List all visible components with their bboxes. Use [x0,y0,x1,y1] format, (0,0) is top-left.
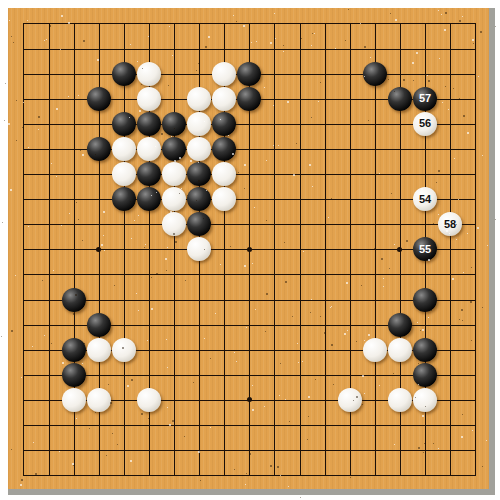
move-number: 55 [419,244,431,255]
speckle [59,451,60,452]
stone-white [137,137,161,161]
speckle [9,20,10,21]
speckle [459,319,460,320]
speckle [472,430,473,431]
speckle [390,13,391,14]
grid-line [23,375,476,376]
speckle [302,361,303,362]
speckle [245,484,246,485]
speckle [56,176,57,177]
stone-white [212,187,236,211]
speckle [412,62,414,64]
stone-black [162,112,186,136]
speckle [114,285,115,286]
speckle [303,251,304,252]
speckle [379,385,380,386]
speckle [151,277,152,278]
speckle [471,340,472,341]
move-number: 57 [419,93,431,104]
speckle [51,343,52,344]
speckle [151,308,153,310]
speckle [27,20,28,21]
speckle [318,101,319,102]
speckle [311,45,312,46]
speckle [438,448,439,449]
speckle [204,338,205,339]
speckle [78,219,79,220]
speckle [4,120,5,121]
speckle [161,133,163,135]
speckle [417,322,418,323]
speckle [42,280,43,281]
speckle [44,40,45,41]
speckle [252,263,253,264]
speckle [278,145,279,146]
speckle [168,85,169,86]
speckle [246,327,247,328]
speckle [308,396,310,398]
speckle [297,343,298,344]
stone-black [388,313,412,337]
speckle [495,219,496,220]
speckle [144,247,145,248]
stone-black [87,87,111,111]
speckle [145,244,146,245]
star-point [397,247,402,252]
stone-black [162,137,186,161]
stone-white [62,388,86,412]
stone-white [187,237,211,261]
go-board[interactable]: 5756545855 [8,8,495,495]
speckle [328,217,329,218]
speckle [312,33,313,34]
speckle [383,286,384,287]
speckle [312,186,313,187]
speckle [454,158,455,159]
speckle [391,193,392,194]
speckle [270,42,272,44]
speckle [438,214,439,215]
speckle [467,132,469,134]
speckle [292,316,293,317]
speckle [462,16,463,17]
stone-black [187,162,211,186]
speckle [279,395,280,396]
grid-line [475,23,476,476]
grid-line [300,23,301,476]
speckle [296,143,297,144]
speckle [445,12,447,14]
speckle [236,21,237,22]
speckle [61,15,63,17]
speckle [101,244,103,246]
speckle [283,51,284,52]
speckle [395,19,397,21]
speckle [477,227,479,229]
speckle [8,123,10,125]
speckle [301,38,302,39]
speckle [138,215,139,216]
speckle [356,341,357,342]
stone-white [187,137,211,161]
speckle [308,416,309,417]
stone-white [162,212,186,236]
speckle [230,246,231,247]
stone-white [112,338,136,362]
speckle [368,120,369,121]
speckle [252,385,253,386]
speckle [193,382,194,383]
speckle [53,270,54,271]
speckle [130,460,132,462]
speckle [266,160,267,161]
speckle [482,307,483,308]
speckle [234,469,235,470]
stone-black [87,313,111,337]
speckle [46,39,47,40]
speckle [246,473,247,474]
speckle [439,58,440,59]
speckle [487,245,488,246]
speckle [264,87,265,88]
speckle [62,362,64,364]
speckle [394,244,395,245]
grid-line [23,300,476,301]
stone-black [237,62,261,86]
speckle [15,275,16,276]
speckle [284,242,285,243]
speckle [200,480,201,481]
speckle [280,363,281,364]
speckle [234,352,235,353]
speckle [470,301,472,303]
speckle [167,367,168,368]
speckle [370,57,371,58]
speckle [307,439,308,440]
stone-white [212,87,236,111]
speckle [210,358,211,359]
speckle [20,484,22,486]
stone-black [363,62,387,86]
speckle [78,95,79,96]
speckle [364,340,365,341]
speckle [270,465,272,467]
stone-move-57: 57 [413,87,437,111]
stone-black [112,187,136,211]
stone-black [137,187,161,211]
speckle [315,379,316,380]
speckle [56,108,58,110]
stone-move-55: 55 [413,237,437,261]
speckle [381,258,383,260]
speckle [82,363,83,364]
speckle [310,312,311,313]
speckle [169,26,170,27]
speckle [473,43,474,44]
speckle [166,339,167,340]
speckle [347,330,348,331]
grid-line [23,450,476,451]
stone-white [137,388,161,412]
speckle [266,293,268,295]
speckle [311,117,312,118]
speckle [236,361,237,362]
speckle [461,436,463,438]
speckle [244,188,245,189]
speckle [117,444,118,445]
speckle [38,129,39,130]
speckle [348,9,349,10]
speckle [33,442,34,443]
speckle [103,235,104,236]
speckle [383,278,384,279]
speckle [482,155,483,156]
speckle [277,466,279,468]
speckle [300,497,301,498]
speckle [220,264,221,265]
speckle [243,25,245,27]
speckle [467,233,468,234]
speckle [442,102,443,103]
speckle [44,335,45,336]
stone-white [212,162,236,186]
stone-black [137,112,161,136]
speckle [167,247,168,248]
speckle [333,384,334,385]
stone-black [388,87,412,111]
speckle [103,211,105,213]
speckle [423,452,424,453]
speckle [165,258,167,260]
speckle [11,449,12,450]
speckle [95,412,96,413]
speckle [147,340,148,341]
speckle [368,334,370,336]
speckle [472,39,474,41]
speckle [361,285,362,286]
speckle [136,293,137,294]
speckle [256,41,257,42]
speckle [208,36,210,38]
stone-white [87,338,111,362]
speckle [141,413,143,415]
speckle [2,222,3,223]
speckle [480,31,482,33]
stone-move-58: 58 [438,212,462,236]
speckle [444,29,446,31]
speckle [139,110,141,112]
speckle [76,202,77,203]
grid-line [23,274,476,275]
speckle [196,70,197,71]
speckle [283,45,284,46]
speckle [172,55,173,56]
speckle [462,320,463,321]
speckle [346,282,348,284]
stone-black [62,288,86,312]
stone-white [162,162,186,186]
speckle [82,154,84,156]
speckle [131,379,133,381]
speckle [420,330,421,331]
speckle [112,433,113,434]
speckle [16,140,17,141]
speckle [459,20,461,22]
speckle [238,172,239,173]
stone-black [112,112,136,136]
grid-line [375,23,376,476]
stone-black [237,87,261,111]
stone-black [87,137,111,161]
speckle [427,75,428,76]
speckle [11,330,13,332]
stone-black [187,212,211,236]
speckle [166,270,167,271]
speckle [482,466,483,467]
speckle [190,160,192,162]
stone-black [62,338,86,362]
speckle [452,278,454,280]
speckle [320,316,321,317]
speckle [486,440,487,441]
move-number: 54 [419,194,431,205]
speckle [448,109,449,110]
speckle [69,213,70,214]
speckle [445,86,446,87]
speckle [167,407,168,408]
speckle [28,147,29,148]
speckle [274,13,275,14]
speckle [422,329,424,331]
speckle [289,421,290,422]
stone-black [413,288,437,312]
speckle [83,40,85,42]
speckle [438,170,440,172]
speckle [456,239,457,240]
stone-white [388,388,412,412]
speckle [462,414,463,415]
speckle [28,226,29,227]
speckle [10,189,12,191]
speckle [137,61,138,62]
speckle [233,15,234,16]
speckle [210,427,211,428]
stone-white [212,62,236,86]
speckle [463,272,464,273]
speckle [331,306,332,307]
speckle [38,116,40,118]
speckle [314,33,315,34]
speckle [438,10,439,11]
speckle [185,280,186,281]
speckle [251,42,252,43]
speckle [32,346,33,347]
speckle [108,384,109,385]
speckle [68,96,69,97]
move-number: 58 [444,219,456,230]
speckle [184,436,185,437]
speckle [345,40,346,41]
speckle [13,42,14,43]
speckle [350,477,351,478]
speckle [364,393,365,394]
speckle [89,428,90,429]
stone-white [137,62,161,86]
speckle [330,307,331,308]
speckle [495,26,496,27]
stone-black [212,112,236,136]
stone-white [112,137,136,161]
speckle [309,164,311,166]
speckle [471,267,472,268]
speckle [288,486,289,487]
stone-move-54: 54 [413,187,437,211]
speckle [331,344,333,346]
stone-white [363,338,387,362]
grid-line [23,425,476,426]
speckle [131,238,132,239]
stone-black [112,62,136,86]
speckle [362,404,363,405]
stone-black [212,137,236,161]
speckle [406,240,408,242]
speckle [389,268,390,269]
speckle [215,313,216,314]
speckle [453,88,454,89]
stone-black [187,187,211,211]
star-point [247,247,252,252]
stone-white [388,338,412,362]
stone-white [338,388,362,412]
stone-move-56: 56 [413,112,437,136]
speckle [388,79,389,80]
speckle [320,82,321,83]
stone-black [62,363,86,387]
speckle [138,310,139,311]
stone-white [137,87,161,111]
speckle [441,14,442,15]
grid-line [274,23,275,476]
speckle [266,220,267,221]
speckle [433,443,434,444]
speckle [416,52,418,54]
stone-white [413,388,437,412]
speckle [285,281,287,283]
speckle [1,336,2,337]
speckle [394,444,395,445]
speckle [106,455,107,456]
grid-line [23,475,476,476]
speckle [244,164,246,166]
speckle [134,220,135,221]
page: 5756545855 [0,0,500,500]
stone-white [87,388,111,412]
star-point [96,247,101,252]
speckle [422,415,424,417]
speckle [244,265,246,267]
speckle [76,418,77,419]
speckle [21,479,23,481]
stone-black [413,363,437,387]
speckle [175,241,177,243]
move-number: 56 [419,118,431,129]
grid-line [450,23,451,476]
speckle [418,447,420,449]
stone-white [112,162,136,186]
stone-black [137,162,161,186]
speckle [254,207,255,208]
speckle [16,100,17,101]
